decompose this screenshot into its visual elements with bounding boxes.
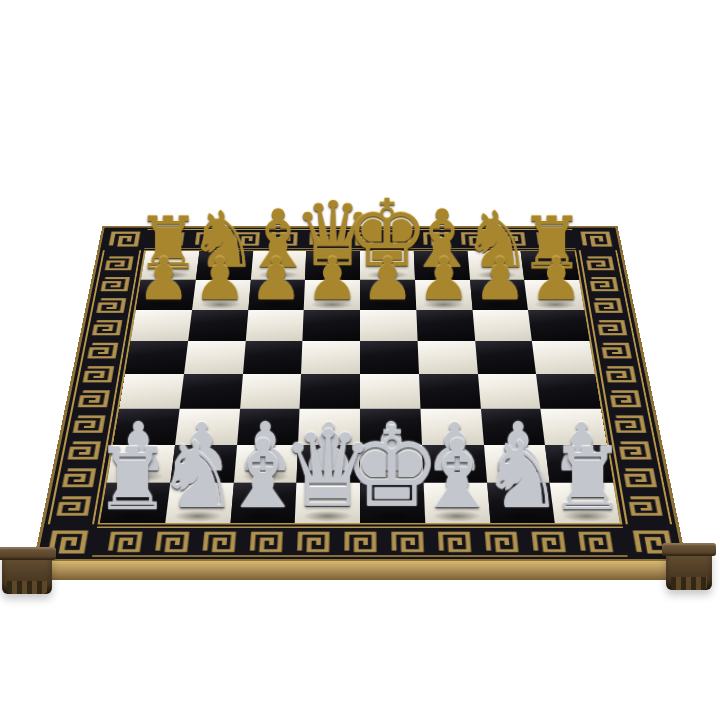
square-a1[interactable]: ♜ xyxy=(100,483,170,523)
greek-key-icon xyxy=(585,256,615,271)
board-front-edge xyxy=(20,561,704,580)
square-g1[interactable]: ♞ xyxy=(487,483,555,523)
square-a6[interactable] xyxy=(131,310,192,341)
chess-board: ♜♞♝♛♚♝♞♜♟♟♟♟♟♟♟♟♟♟♟♟♟♟♟♟♜♞♝♛♚♝♞♜ xyxy=(33,226,686,561)
square-h5[interactable] xyxy=(532,341,595,374)
gold-pawn[interactable]: ♟ xyxy=(417,251,470,307)
square-g5[interactable] xyxy=(475,341,537,374)
gold-pawn[interactable]: ♟ xyxy=(529,251,582,307)
greek-key-icon xyxy=(530,531,566,553)
greek-key-icon xyxy=(604,365,637,382)
board-grid: ♜♞♝♛♚♝♞♜♟♟♟♟♟♟♟♟♟♟♟♟♟♟♟♟♜♞♝♛♚♝♞♜ xyxy=(100,251,620,523)
gold-pawn[interactable]: ♟ xyxy=(473,251,526,307)
greek-key-icon xyxy=(92,319,124,335)
greek-key-icon xyxy=(596,319,628,335)
square-e6[interactable] xyxy=(360,310,417,341)
square-g4[interactable] xyxy=(478,374,541,409)
greek-key-icon xyxy=(77,390,111,408)
square-a4[interactable] xyxy=(119,374,184,409)
greek-key-icon xyxy=(437,531,472,553)
greek-key-icon xyxy=(390,531,424,553)
square-c5[interactable] xyxy=(243,341,303,374)
greek-key-icon xyxy=(154,531,190,553)
greek-key-icon xyxy=(593,298,624,314)
square-e7[interactable]: ♟ xyxy=(360,280,416,310)
board-perspective-stage: ♜♞♝♛♚♝♞♜♟♟♟♟♟♟♟♟♟♟♟♟♟♟♟♟♜♞♝♛♚♝♞♜ xyxy=(0,0,720,720)
silver-queen[interactable]: ♛ xyxy=(280,420,375,521)
square-b6[interactable] xyxy=(188,310,248,341)
greek-key-icon xyxy=(96,298,127,314)
greek-key-icon xyxy=(100,276,131,291)
square-g6[interactable] xyxy=(472,310,532,341)
gold-pawn[interactable]: ♟ xyxy=(362,251,415,307)
square-a5[interactable] xyxy=(125,341,188,374)
greek-key-border-bottom xyxy=(92,527,628,557)
square-e5[interactable] xyxy=(360,341,419,374)
greek-key-icon xyxy=(248,531,283,553)
square-c6[interactable] xyxy=(245,310,304,341)
gold-pawn[interactable]: ♟ xyxy=(194,251,247,307)
square-c7[interactable]: ♟ xyxy=(248,280,305,310)
greek-key-icon xyxy=(589,276,620,291)
square-d6[interactable] xyxy=(303,310,360,341)
silver-rook[interactable]: ♜ xyxy=(548,438,625,520)
square-h6[interactable] xyxy=(528,310,589,341)
gold-pawn[interactable]: ♟ xyxy=(306,251,359,307)
photo-backdrop: ♜♞♝♛♚♝♞♜♟♟♟♟♟♟♟♟♟♟♟♟♟♟♟♟♜♞♝♛♚♝♞♜ xyxy=(0,0,720,720)
silver-rook[interactable]: ♜ xyxy=(94,438,171,520)
greek-key-icon xyxy=(627,496,664,517)
greek-key-icon xyxy=(82,365,115,382)
board-foot-right xyxy=(666,548,712,590)
greek-key-icon xyxy=(106,531,143,553)
square-c4[interactable] xyxy=(240,374,302,409)
square-b4[interactable] xyxy=(179,374,242,409)
square-a7[interactable]: ♟ xyxy=(136,280,196,310)
greek-key-icon xyxy=(600,342,633,359)
gold-pawn[interactable]: ♟ xyxy=(138,251,191,307)
square-h4[interactable] xyxy=(536,374,601,409)
greek-key-icon xyxy=(577,531,614,553)
square-d1[interactable]: ♛ xyxy=(295,483,360,523)
square-d7[interactable]: ♟ xyxy=(304,280,360,310)
square-h7[interactable]: ♟ xyxy=(524,280,584,310)
square-b1[interactable]: ♞ xyxy=(165,483,233,523)
greek-key-icon xyxy=(56,496,93,517)
square-f5[interactable] xyxy=(417,341,477,374)
greek-key-icon xyxy=(104,256,134,271)
greek-key-icon xyxy=(609,390,643,408)
square-f6[interactable] xyxy=(416,310,475,341)
gold-pawn[interactable]: ♟ xyxy=(250,251,303,307)
square-b7[interactable]: ♟ xyxy=(192,280,251,310)
board-foot-left xyxy=(2,552,52,594)
greek-key-icon xyxy=(343,531,377,553)
greek-key-icon xyxy=(622,468,658,488)
square-b5[interactable] xyxy=(184,341,246,374)
board-inner-frame: ♜♞♝♛♚♝♞♜♟♟♟♟♟♟♟♟♟♟♟♟♟♟♟♟♜♞♝♛♚♝♞♜ xyxy=(98,250,623,524)
greek-key-icon xyxy=(87,342,120,359)
greek-key-icon xyxy=(483,531,519,553)
square-g7[interactable]: ♟ xyxy=(470,280,529,310)
square-d5[interactable] xyxy=(301,341,360,374)
greek-key-icon xyxy=(201,531,237,553)
square-f7[interactable]: ♟ xyxy=(415,280,472,310)
square-h1[interactable]: ♜ xyxy=(550,483,620,523)
greek-key-icon xyxy=(296,531,330,553)
greek-key-icon xyxy=(62,468,98,488)
